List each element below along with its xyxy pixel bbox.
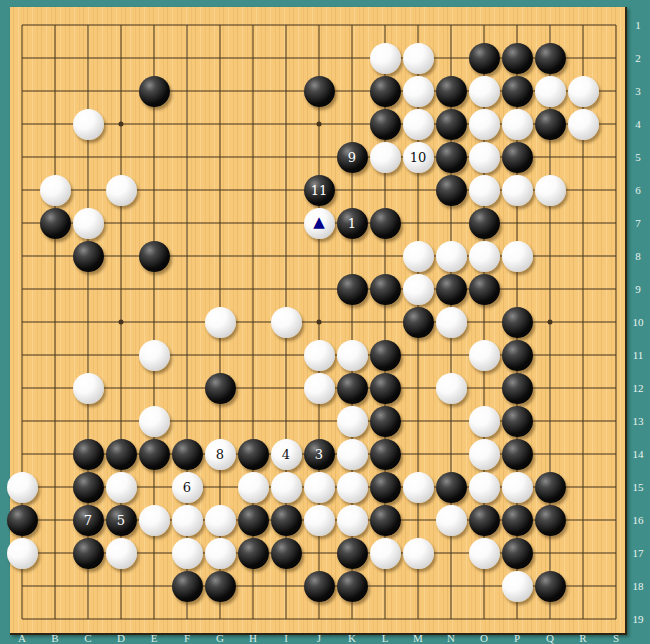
intersection-G16[interactable]	[204, 504, 237, 537]
intersection-P13[interactable]	[501, 405, 534, 438]
intersection-L10[interactable]	[369, 306, 402, 339]
intersection-D6[interactable]	[105, 174, 138, 207]
intersection-I6[interactable]	[270, 174, 303, 207]
intersection-J1[interactable]	[303, 9, 336, 42]
intersection-Q10[interactable]	[534, 306, 567, 339]
intersection-C17[interactable]	[72, 537, 105, 570]
intersection-B5[interactable]	[39, 141, 72, 174]
intersection-G10[interactable]	[204, 306, 237, 339]
intersection-F7[interactable]	[171, 207, 204, 240]
intersection-L13[interactable]	[369, 405, 402, 438]
intersection-A10[interactable]	[6, 306, 39, 339]
intersection-J5[interactable]	[303, 141, 336, 174]
intersection-C13[interactable]	[72, 405, 105, 438]
intersection-P19[interactable]	[501, 603, 534, 636]
intersection-C6[interactable]	[72, 174, 105, 207]
intersection-C4[interactable]	[72, 108, 105, 141]
intersection-M9[interactable]	[402, 273, 435, 306]
intersection-D2[interactable]	[105, 42, 138, 75]
intersection-D9[interactable]	[105, 273, 138, 306]
intersection-J8[interactable]	[303, 240, 336, 273]
intersection-R3[interactable]	[567, 75, 600, 108]
intersection-R16[interactable]	[567, 504, 600, 537]
intersection-I18[interactable]	[270, 570, 303, 603]
intersection-R13[interactable]	[567, 405, 600, 438]
intersection-B8[interactable]	[39, 240, 72, 273]
intersection-E6[interactable]	[138, 174, 171, 207]
intersection-P2[interactable]	[501, 42, 534, 75]
intersection-A14[interactable]	[6, 438, 39, 471]
intersection-D1[interactable]	[105, 9, 138, 42]
intersection-R8[interactable]	[567, 240, 600, 273]
intersection-A19[interactable]	[6, 603, 39, 636]
intersection-F14[interactable]	[171, 438, 204, 471]
intersection-N8[interactable]	[435, 240, 468, 273]
intersection-M1[interactable]	[402, 9, 435, 42]
intersection-G5[interactable]	[204, 141, 237, 174]
intersection-R9[interactable]	[567, 273, 600, 306]
intersection-B6[interactable]	[39, 174, 72, 207]
intersection-P7[interactable]	[501, 207, 534, 240]
intersection-R2[interactable]	[567, 42, 600, 75]
intersection-O2[interactable]	[468, 42, 501, 75]
intersection-B10[interactable]	[39, 306, 72, 339]
intersection-D12[interactable]	[105, 372, 138, 405]
intersection-K19[interactable]	[336, 603, 369, 636]
intersection-F6[interactable]	[171, 174, 204, 207]
intersection-E10[interactable]	[138, 306, 171, 339]
intersection-M7[interactable]	[402, 207, 435, 240]
intersection-B15[interactable]	[39, 471, 72, 504]
intersection-R14[interactable]	[567, 438, 600, 471]
intersection-D17[interactable]	[105, 537, 138, 570]
intersection-C2[interactable]	[72, 42, 105, 75]
intersection-K14[interactable]	[336, 438, 369, 471]
intersection-H7[interactable]	[237, 207, 270, 240]
intersection-F15[interactable]: 6	[171, 471, 204, 504]
intersection-J11[interactable]	[303, 339, 336, 372]
intersection-C19[interactable]	[72, 603, 105, 636]
intersection-K3[interactable]	[336, 75, 369, 108]
intersection-L12[interactable]	[369, 372, 402, 405]
intersection-L15[interactable]	[369, 471, 402, 504]
intersection-Q6[interactable]	[534, 174, 567, 207]
intersection-Q7[interactable]	[534, 207, 567, 240]
intersection-E19[interactable]	[138, 603, 171, 636]
intersection-C1[interactable]	[72, 9, 105, 42]
intersection-Q9[interactable]	[534, 273, 567, 306]
intersection-C11[interactable]	[72, 339, 105, 372]
intersection-H12[interactable]	[237, 372, 270, 405]
intersection-L8[interactable]	[369, 240, 402, 273]
intersection-K6[interactable]	[336, 174, 369, 207]
intersection-F10[interactable]	[171, 306, 204, 339]
intersection-K16[interactable]	[336, 504, 369, 537]
intersection-N1[interactable]	[435, 9, 468, 42]
intersection-D11[interactable]	[105, 339, 138, 372]
intersection-I14[interactable]: 4	[270, 438, 303, 471]
intersection-D15[interactable]	[105, 471, 138, 504]
intersection-M10[interactable]	[402, 306, 435, 339]
intersection-L17[interactable]	[369, 537, 402, 570]
intersection-P17[interactable]	[501, 537, 534, 570]
intersection-H9[interactable]	[237, 273, 270, 306]
intersection-C12[interactable]	[72, 372, 105, 405]
intersection-N9[interactable]	[435, 273, 468, 306]
intersection-N17[interactable]	[435, 537, 468, 570]
intersection-R15[interactable]	[567, 471, 600, 504]
intersection-I16[interactable]	[270, 504, 303, 537]
intersection-L18[interactable]	[369, 570, 402, 603]
intersection-M19[interactable]	[402, 603, 435, 636]
intersection-E9[interactable]	[138, 273, 171, 306]
intersection-I5[interactable]	[270, 141, 303, 174]
intersection-O11[interactable]	[468, 339, 501, 372]
intersection-K1[interactable]	[336, 9, 369, 42]
intersection-N18[interactable]	[435, 570, 468, 603]
intersection-P12[interactable]	[501, 372, 534, 405]
intersection-C3[interactable]	[72, 75, 105, 108]
intersection-I10[interactable]	[270, 306, 303, 339]
intersection-C15[interactable]	[72, 471, 105, 504]
intersection-O16[interactable]	[468, 504, 501, 537]
intersection-D18[interactable]	[105, 570, 138, 603]
intersection-F9[interactable]	[171, 273, 204, 306]
intersection-N11[interactable]	[435, 339, 468, 372]
intersection-C10[interactable]	[72, 306, 105, 339]
intersection-B16[interactable]	[39, 504, 72, 537]
intersection-G12[interactable]	[204, 372, 237, 405]
intersection-K2[interactable]	[336, 42, 369, 75]
intersection-C14[interactable]	[72, 438, 105, 471]
intersection-I1[interactable]	[270, 9, 303, 42]
intersection-O1[interactable]	[468, 9, 501, 42]
intersection-I15[interactable]	[270, 471, 303, 504]
intersection-P8[interactable]	[501, 240, 534, 273]
intersection-D10[interactable]	[105, 306, 138, 339]
intersection-I8[interactable]	[270, 240, 303, 273]
intersection-L16[interactable]	[369, 504, 402, 537]
intersection-K15[interactable]	[336, 471, 369, 504]
intersection-M15[interactable]	[402, 471, 435, 504]
intersection-P11[interactable]	[501, 339, 534, 372]
intersection-N12[interactable]	[435, 372, 468, 405]
intersection-D14[interactable]	[105, 438, 138, 471]
intersection-I19[interactable]	[270, 603, 303, 636]
intersection-R5[interactable]	[567, 141, 600, 174]
intersection-P9[interactable]	[501, 273, 534, 306]
intersection-Q5[interactable]	[534, 141, 567, 174]
intersection-A11[interactable]	[6, 339, 39, 372]
intersection-K10[interactable]	[336, 306, 369, 339]
intersection-P10[interactable]	[501, 306, 534, 339]
intersection-M13[interactable]	[402, 405, 435, 438]
intersection-G4[interactable]	[204, 108, 237, 141]
intersection-H16[interactable]	[237, 504, 270, 537]
intersection-K11[interactable]	[336, 339, 369, 372]
intersection-Q19[interactable]	[534, 603, 567, 636]
intersection-L1[interactable]	[369, 9, 402, 42]
intersection-H6[interactable]	[237, 174, 270, 207]
intersection-M14[interactable]	[402, 438, 435, 471]
intersection-P4[interactable]	[501, 108, 534, 141]
intersection-N13[interactable]	[435, 405, 468, 438]
intersection-M8[interactable]	[402, 240, 435, 273]
intersection-I9[interactable]	[270, 273, 303, 306]
intersection-D16[interactable]: 5	[105, 504, 138, 537]
intersection-M12[interactable]	[402, 372, 435, 405]
intersection-J15[interactable]	[303, 471, 336, 504]
intersection-N6[interactable]	[435, 174, 468, 207]
intersection-R10[interactable]	[567, 306, 600, 339]
intersection-P18[interactable]	[501, 570, 534, 603]
intersection-F11[interactable]	[171, 339, 204, 372]
intersection-B3[interactable]	[39, 75, 72, 108]
intersection-E1[interactable]	[138, 9, 171, 42]
intersection-H14[interactable]	[237, 438, 270, 471]
intersection-C18[interactable]	[72, 570, 105, 603]
intersection-J10[interactable]	[303, 306, 336, 339]
intersection-E12[interactable]	[138, 372, 171, 405]
intersection-B17[interactable]	[39, 537, 72, 570]
intersection-L11[interactable]	[369, 339, 402, 372]
intersection-L7[interactable]	[369, 207, 402, 240]
intersection-P16[interactable]	[501, 504, 534, 537]
intersection-F4[interactable]	[171, 108, 204, 141]
intersection-F2[interactable]	[171, 42, 204, 75]
intersection-R17[interactable]	[567, 537, 600, 570]
intersection-M17[interactable]	[402, 537, 435, 570]
intersection-B19[interactable]	[39, 603, 72, 636]
intersection-H8[interactable]	[237, 240, 270, 273]
intersection-J18[interactable]	[303, 570, 336, 603]
intersection-A6[interactable]	[6, 174, 39, 207]
intersection-G7[interactable]	[204, 207, 237, 240]
intersection-P15[interactable]	[501, 471, 534, 504]
intersection-B11[interactable]	[39, 339, 72, 372]
intersection-H11[interactable]	[237, 339, 270, 372]
intersection-M11[interactable]	[402, 339, 435, 372]
intersection-J19[interactable]	[303, 603, 336, 636]
intersection-I11[interactable]	[270, 339, 303, 372]
intersection-O17[interactable]	[468, 537, 501, 570]
intersection-H3[interactable]	[237, 75, 270, 108]
intersection-O15[interactable]	[468, 471, 501, 504]
intersection-F1[interactable]	[171, 9, 204, 42]
intersection-G19[interactable]	[204, 603, 237, 636]
intersection-C5[interactable]	[72, 141, 105, 174]
intersection-B1[interactable]	[39, 9, 72, 42]
intersection-C16[interactable]: 7	[72, 504, 105, 537]
intersection-G15[interactable]	[204, 471, 237, 504]
intersection-A3[interactable]	[6, 75, 39, 108]
intersection-Q4[interactable]	[534, 108, 567, 141]
intersection-K12[interactable]	[336, 372, 369, 405]
intersection-E4[interactable]	[138, 108, 171, 141]
intersection-H15[interactable]	[237, 471, 270, 504]
intersection-D8[interactable]	[105, 240, 138, 273]
intersection-J3[interactable]	[303, 75, 336, 108]
intersection-R1[interactable]	[567, 9, 600, 42]
intersection-J16[interactable]	[303, 504, 336, 537]
intersection-O10[interactable]	[468, 306, 501, 339]
intersection-K13[interactable]	[336, 405, 369, 438]
intersection-H4[interactable]	[237, 108, 270, 141]
intersection-L9[interactable]	[369, 273, 402, 306]
intersection-J2[interactable]	[303, 42, 336, 75]
intersection-J6[interactable]: 11	[303, 174, 336, 207]
intersection-N7[interactable]	[435, 207, 468, 240]
intersection-N10[interactable]	[435, 306, 468, 339]
intersection-D19[interactable]	[105, 603, 138, 636]
intersection-F5[interactable]	[171, 141, 204, 174]
intersection-M2[interactable]	[402, 42, 435, 75]
intersection-O12[interactable]	[468, 372, 501, 405]
intersection-R7[interactable]	[567, 207, 600, 240]
intersection-O3[interactable]	[468, 75, 501, 108]
intersection-A17[interactable]	[6, 537, 39, 570]
intersection-Q8[interactable]	[534, 240, 567, 273]
intersection-N16[interactable]	[435, 504, 468, 537]
intersection-F13[interactable]	[171, 405, 204, 438]
intersection-K7[interactable]: 1	[336, 207, 369, 240]
intersection-Q14[interactable]	[534, 438, 567, 471]
intersection-I4[interactable]	[270, 108, 303, 141]
intersection-K18[interactable]	[336, 570, 369, 603]
intersection-G18[interactable]	[204, 570, 237, 603]
intersection-E16[interactable]	[138, 504, 171, 537]
intersection-O18[interactable]	[468, 570, 501, 603]
intersection-F12[interactable]	[171, 372, 204, 405]
intersection-E17[interactable]	[138, 537, 171, 570]
intersection-O4[interactable]	[468, 108, 501, 141]
intersection-M3[interactable]	[402, 75, 435, 108]
intersection-Q13[interactable]	[534, 405, 567, 438]
intersection-F3[interactable]	[171, 75, 204, 108]
intersection-I2[interactable]	[270, 42, 303, 75]
intersection-A5[interactable]	[6, 141, 39, 174]
intersection-E8[interactable]	[138, 240, 171, 273]
intersection-E3[interactable]	[138, 75, 171, 108]
intersection-F8[interactable]	[171, 240, 204, 273]
intersection-D3[interactable]	[105, 75, 138, 108]
intersection-K5[interactable]: 9	[336, 141, 369, 174]
intersection-L6[interactable]	[369, 174, 402, 207]
intersection-E7[interactable]	[138, 207, 171, 240]
intersection-C7[interactable]	[72, 207, 105, 240]
intersection-A18[interactable]	[6, 570, 39, 603]
intersection-K4[interactable]	[336, 108, 369, 141]
intersection-D4[interactable]	[105, 108, 138, 141]
intersection-F16[interactable]	[171, 504, 204, 537]
intersection-K17[interactable]	[336, 537, 369, 570]
intersection-C8[interactable]	[72, 240, 105, 273]
intersection-I17[interactable]	[270, 537, 303, 570]
intersection-B9[interactable]	[39, 273, 72, 306]
intersection-G1[interactable]	[204, 9, 237, 42]
intersection-B7[interactable]	[39, 207, 72, 240]
intersection-O9[interactable]	[468, 273, 501, 306]
intersection-Q18[interactable]	[534, 570, 567, 603]
intersection-A8[interactable]	[6, 240, 39, 273]
intersection-Q12[interactable]	[534, 372, 567, 405]
intersection-D7[interactable]	[105, 207, 138, 240]
intersection-D5[interactable]	[105, 141, 138, 174]
intersection-O19[interactable]	[468, 603, 501, 636]
intersection-N19[interactable]	[435, 603, 468, 636]
intersection-R12[interactable]	[567, 372, 600, 405]
intersection-G6[interactable]	[204, 174, 237, 207]
intersection-H17[interactable]	[237, 537, 270, 570]
intersection-G3[interactable]	[204, 75, 237, 108]
intersection-H13[interactable]	[237, 405, 270, 438]
intersection-N4[interactable]	[435, 108, 468, 141]
intersection-M16[interactable]	[402, 504, 435, 537]
intersection-H18[interactable]	[237, 570, 270, 603]
intersection-F17[interactable]	[171, 537, 204, 570]
intersection-I7[interactable]	[270, 207, 303, 240]
intersection-M18[interactable]	[402, 570, 435, 603]
intersection-H19[interactable]	[237, 603, 270, 636]
intersection-O5[interactable]	[468, 141, 501, 174]
intersection-G2[interactable]	[204, 42, 237, 75]
intersection-A4[interactable]	[6, 108, 39, 141]
intersection-J14[interactable]: 3	[303, 438, 336, 471]
intersection-N14[interactable]	[435, 438, 468, 471]
intersection-I13[interactable]	[270, 405, 303, 438]
intersection-O8[interactable]	[468, 240, 501, 273]
intersection-F19[interactable]	[171, 603, 204, 636]
intersection-R6[interactable]	[567, 174, 600, 207]
intersection-Q3[interactable]	[534, 75, 567, 108]
intersection-N3[interactable]	[435, 75, 468, 108]
intersection-B12[interactable]	[39, 372, 72, 405]
intersection-I3[interactable]	[270, 75, 303, 108]
intersection-A2[interactable]	[6, 42, 39, 75]
intersection-N5[interactable]	[435, 141, 468, 174]
intersection-E5[interactable]	[138, 141, 171, 174]
intersection-E2[interactable]	[138, 42, 171, 75]
intersection-H10[interactable]	[237, 306, 270, 339]
intersection-E11[interactable]	[138, 339, 171, 372]
intersection-Q11[interactable]	[534, 339, 567, 372]
intersection-R11[interactable]	[567, 339, 600, 372]
intersection-R18[interactable]	[567, 570, 600, 603]
intersection-Q15[interactable]	[534, 471, 567, 504]
intersection-B4[interactable]	[39, 108, 72, 141]
intersection-E13[interactable]	[138, 405, 171, 438]
intersection-H1[interactable]	[237, 9, 270, 42]
intersection-M4[interactable]	[402, 108, 435, 141]
intersection-C9[interactable]	[72, 273, 105, 306]
intersection-A15[interactable]	[6, 471, 39, 504]
intersection-E15[interactable]	[138, 471, 171, 504]
intersection-O13[interactable]	[468, 405, 501, 438]
intersection-N2[interactable]	[435, 42, 468, 75]
intersection-O14[interactable]	[468, 438, 501, 471]
intersection-B2[interactable]	[39, 42, 72, 75]
intersection-P6[interactable]	[501, 174, 534, 207]
intersection-H5[interactable]	[237, 141, 270, 174]
intersection-P14[interactable]	[501, 438, 534, 471]
intersection-L2[interactable]	[369, 42, 402, 75]
intersection-A12[interactable]	[6, 372, 39, 405]
intersection-N15[interactable]	[435, 471, 468, 504]
intersection-A9[interactable]	[6, 273, 39, 306]
intersection-A16[interactable]	[6, 504, 39, 537]
intersection-R19[interactable]	[567, 603, 600, 636]
intersection-G17[interactable]	[204, 537, 237, 570]
